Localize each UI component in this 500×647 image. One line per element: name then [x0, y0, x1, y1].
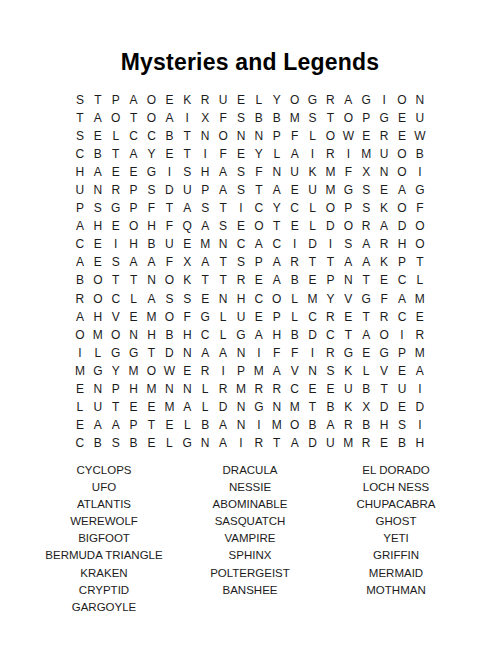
grid-cell[interactable]: V [286, 362, 304, 380]
grid-cell[interactable]: C [250, 199, 268, 217]
grid-cell[interactable]: E [107, 163, 125, 181]
grid-cell[interactable]: T [178, 127, 196, 145]
grid-cell[interactable]: A [214, 434, 232, 452]
grid-cell[interactable]: A [178, 398, 196, 416]
grid-cell[interactable]: R [196, 362, 214, 380]
grid-cell[interactable]: E [411, 308, 429, 326]
grid-cell[interactable]: K [178, 271, 196, 289]
grid-cell[interactable]: T [160, 199, 178, 217]
grid-cell[interactable]: I [393, 326, 411, 344]
grid-cell[interactable]: S [232, 253, 250, 271]
grid-cell[interactable]: C [393, 271, 411, 289]
grid-cell[interactable]: M [321, 163, 339, 181]
grid-cell[interactable]: H [125, 380, 143, 398]
grid-cell[interactable]: G [357, 290, 375, 308]
grid-cell[interactable]: O [321, 127, 339, 145]
grid-cell[interactable]: L [304, 127, 322, 145]
grid-cell[interactable]: M [286, 109, 304, 127]
grid-cell[interactable]: U [286, 163, 304, 181]
grid-cell[interactable]: A [268, 362, 286, 380]
grid-cell[interactable]: N [89, 181, 107, 199]
grid-cell[interactable]: I [304, 145, 322, 163]
grid-cell[interactable]: L [89, 344, 107, 362]
grid-cell[interactable]: M [357, 145, 375, 163]
grid-cell[interactable]: A [375, 217, 393, 235]
grid-cell[interactable]: E [393, 127, 411, 145]
grid-cell[interactable]: G [339, 344, 357, 362]
grid-cell[interactable]: S [107, 253, 125, 271]
grid-cell[interactable]: E [160, 416, 178, 434]
grid-cell[interactable]: S [357, 181, 375, 199]
grid-cell[interactable]: T [196, 271, 214, 289]
grid-cell[interactable]: H [143, 217, 161, 235]
grid-cell[interactable]: A [286, 434, 304, 452]
grid-cell[interactable]: A [268, 181, 286, 199]
grid-cell[interactable]: G [357, 91, 375, 109]
grid-cell[interactable]: E [286, 217, 304, 235]
grid-cell[interactable]: U [375, 145, 393, 163]
grid-cell[interactable]: T [125, 271, 143, 289]
grid-cell[interactable]: M [268, 416, 286, 434]
grid-cell[interactable]: P [268, 308, 286, 326]
grid-cell[interactable]: S [393, 416, 411, 434]
grid-cell[interactable]: A [357, 235, 375, 253]
grid-cell[interactable]: H [196, 163, 214, 181]
grid-cell[interactable]: T [214, 199, 232, 217]
grid-cell[interactable]: H [89, 308, 107, 326]
grid-cell[interactable]: R [357, 434, 375, 452]
grid-cell[interactable]: U [160, 235, 178, 253]
grid-cell[interactable]: S [71, 91, 89, 109]
grid-cell[interactable]: A [268, 253, 286, 271]
grid-cell[interactable]: T [107, 145, 125, 163]
grid-cell[interactable]: A [89, 163, 107, 181]
grid-cell[interactable]: G [196, 308, 214, 326]
grid-cell[interactable]: A [214, 181, 232, 199]
grid-cell[interactable]: E [393, 362, 411, 380]
grid-cell[interactable]: B [160, 127, 178, 145]
grid-cell[interactable]: P [268, 127, 286, 145]
grid-cell[interactable]: H [393, 235, 411, 253]
grid-cell[interactable]: T [375, 380, 393, 398]
grid-cell[interactable]: P [232, 362, 250, 380]
grid-cell[interactable]: P [357, 109, 375, 127]
grid-cell[interactable]: O [286, 416, 304, 434]
grid-cell[interactable]: E [357, 344, 375, 362]
grid-cell[interactable]: D [160, 344, 178, 362]
grid-cell[interactable]: R [375, 308, 393, 326]
grid-cell[interactable]: A [89, 109, 107, 127]
grid-cell[interactable]: O [143, 362, 161, 380]
grid-cell[interactable]: C [250, 290, 268, 308]
grid-cell[interactable]: L [286, 290, 304, 308]
grid-cell[interactable]: N [178, 344, 196, 362]
grid-cell[interactable]: N [268, 163, 286, 181]
grid-cell[interactable]: O [339, 217, 357, 235]
grid-cell[interactable]: C [393, 308, 411, 326]
grid-cell[interactable]: N [232, 127, 250, 145]
grid-cell[interactable]: R [321, 308, 339, 326]
grid-cell[interactable]: P [393, 253, 411, 271]
grid-cell[interactable]: B [321, 398, 339, 416]
grid-cell[interactable]: U [393, 380, 411, 398]
grid-cell[interactable]: I [160, 163, 178, 181]
grid-cell[interactable]: T [357, 271, 375, 289]
grid-cell[interactable]: F [339, 163, 357, 181]
grid-cell[interactable]: V [107, 308, 125, 326]
grid-cell[interactable]: I [232, 199, 250, 217]
grid-cell[interactable]: N [196, 434, 214, 452]
grid-cell[interactable]: A [357, 326, 375, 344]
grid-cell[interactable]: R [250, 380, 268, 398]
grid-cell[interactable]: L [125, 290, 143, 308]
grid-cell[interactable]: P [393, 344, 411, 362]
grid-cell[interactable]: E [196, 290, 214, 308]
grid-cell[interactable]: T [125, 109, 143, 127]
grid-cell[interactable]: F [411, 199, 429, 217]
grid-cell[interactable]: A [268, 271, 286, 289]
grid-cell[interactable]: N [375, 163, 393, 181]
grid-cell[interactable]: H [71, 163, 89, 181]
grid-cell[interactable]: P [321, 271, 339, 289]
grid-cell[interactable]: M [89, 326, 107, 344]
grid-cell[interactable]: N [89, 380, 107, 398]
grid-cell[interactable]: R [321, 91, 339, 109]
grid-cell[interactable]: E [393, 109, 411, 127]
grid-cell[interactable]: K [375, 253, 393, 271]
grid-cell[interactable]: K [178, 91, 196, 109]
grid-cell[interactable]: O [71, 326, 89, 344]
grid-cell[interactable]: S [178, 163, 196, 181]
grid-cell[interactable]: O [250, 217, 268, 235]
grid-cell[interactable]: D [214, 398, 232, 416]
grid-cell[interactable]: O [160, 271, 178, 289]
grid-cell[interactable]: E [339, 308, 357, 326]
grid-cell[interactable]: L [160, 434, 178, 452]
grid-cell[interactable]: O [393, 163, 411, 181]
grid-cell[interactable]: O [393, 199, 411, 217]
grid-cell[interactable]: R [321, 145, 339, 163]
grid-cell[interactable]: I [375, 91, 393, 109]
grid-cell[interactable]: A [71, 217, 89, 235]
grid-cell[interactable]: U [214, 91, 232, 109]
grid-cell[interactable]: E [375, 271, 393, 289]
grid-cell[interactable]: R [357, 217, 375, 235]
grid-cell[interactable]: A [286, 145, 304, 163]
grid-cell[interactable]: I [304, 344, 322, 362]
grid-cell[interactable]: R [375, 235, 393, 253]
grid-cell[interactable]: C [321, 326, 339, 344]
grid-cell[interactable]: R [71, 290, 89, 308]
grid-cell[interactable]: U [304, 181, 322, 199]
grid-cell[interactable]: U [89, 398, 107, 416]
grid-cell[interactable]: T [89, 91, 107, 109]
grid-cell[interactable]: M [160, 398, 178, 416]
grid-cell[interactable]: L [214, 308, 232, 326]
grid-cell[interactable]: A [160, 109, 178, 127]
grid-cell[interactable]: T [107, 398, 125, 416]
grid-cell[interactable]: E [304, 380, 322, 398]
grid-cell[interactable]: X [357, 398, 375, 416]
grid-cell[interactable]: W [411, 127, 429, 145]
grid-cell[interactable]: E [232, 217, 250, 235]
grid-cell[interactable]: O [393, 145, 411, 163]
grid-cell[interactable]: C [71, 434, 89, 452]
grid-cell[interactable]: A [71, 253, 89, 271]
grid-cell[interactable]: T [321, 253, 339, 271]
grid-cell[interactable]: N [214, 290, 232, 308]
grid-cell[interactable]: R [286, 253, 304, 271]
grid-cell[interactable]: A [196, 253, 214, 271]
grid-cell[interactable]: T [107, 271, 125, 289]
grid-cell[interactable]: N [232, 344, 250, 362]
grid-cell[interactable]: E [178, 362, 196, 380]
grid-cell[interactable]: E [375, 181, 393, 199]
grid-cell[interactable]: N [143, 271, 161, 289]
grid-cell[interactable]: P [107, 380, 125, 398]
grid-cell[interactable]: O [268, 290, 286, 308]
grid-cell[interactable]: R [250, 434, 268, 452]
grid-cell[interactable]: X [196, 109, 214, 127]
grid-cell[interactable]: K [304, 163, 322, 181]
grid-cell[interactable]: S [232, 163, 250, 181]
grid-cell[interactable]: G [89, 362, 107, 380]
grid-cell[interactable]: E [357, 127, 375, 145]
grid-cell[interactable]: A [107, 416, 125, 434]
grid-cell[interactable]: X [357, 163, 375, 181]
grid-cell[interactable]: A [214, 416, 232, 434]
grid-cell[interactable]: N [232, 416, 250, 434]
grid-cell[interactable]: G [107, 344, 125, 362]
grid-cell[interactable]: B [393, 434, 411, 452]
grid-cell[interactable]: W [339, 127, 357, 145]
grid-cell[interactable]: S [357, 199, 375, 217]
grid-cell[interactable]: B [411, 145, 429, 163]
grid-cell[interactable]: G [107, 199, 125, 217]
grid-cell[interactable]: A [321, 416, 339, 434]
grid-cell[interactable]: P [125, 181, 143, 199]
grid-cell[interactable]: D [321, 217, 339, 235]
grid-cell[interactable]: I [411, 380, 429, 398]
grid-cell[interactable]: C [107, 290, 125, 308]
grid-cell[interactable]: I [107, 235, 125, 253]
grid-cell[interactable]: T [339, 326, 357, 344]
grid-cell[interactable]: F [286, 127, 304, 145]
grid-cell[interactable]: U [71, 181, 89, 199]
grid-cell[interactable]: V [375, 362, 393, 380]
grid-cell[interactable]: H [89, 217, 107, 235]
grid-cell[interactable]: O [375, 326, 393, 344]
grid-cell[interactable]: M [321, 181, 339, 199]
grid-cell[interactable]: T [357, 308, 375, 326]
grid-cell[interactable]: T [143, 344, 161, 362]
grid-cell[interactable]: R [214, 380, 232, 398]
grid-cell[interactable]: L [71, 398, 89, 416]
grid-cell[interactable]: C [286, 380, 304, 398]
grid-cell[interactable]: R [321, 344, 339, 362]
grid-cell[interactable]: T [214, 271, 232, 289]
grid-cell[interactable]: M [286, 398, 304, 416]
grid-cell[interactable]: F [268, 344, 286, 362]
grid-cell[interactable]: E [375, 434, 393, 452]
grid-cell[interactable]: A [250, 235, 268, 253]
grid-cell[interactable]: E [160, 91, 178, 109]
grid-cell[interactable]: N [232, 398, 250, 416]
grid-cell[interactable]: P [339, 199, 357, 217]
grid-cell[interactable]: I [250, 344, 268, 362]
grid-cell[interactable]: O [411, 217, 429, 235]
grid-cell[interactable]: O [393, 91, 411, 109]
grid-cell[interactable]: B [71, 271, 89, 289]
grid-cell[interactable]: R [196, 91, 214, 109]
grid-cell[interactable]: Y [321, 290, 339, 308]
grid-cell[interactable]: C [71, 235, 89, 253]
grid-cell[interactable]: B [196, 416, 214, 434]
grid-cell[interactable]: W [160, 362, 178, 380]
grid-cell[interactable]: L [178, 416, 196, 434]
grid-cell[interactable]: F [250, 163, 268, 181]
grid-cell[interactable]: E [304, 271, 322, 289]
grid-cell[interactable]: A [196, 344, 214, 362]
grid-cell[interactable]: S [89, 199, 107, 217]
grid-cell[interactable]: T [250, 181, 268, 199]
grid-cell[interactable]: F [214, 145, 232, 163]
grid-cell[interactable]: I [286, 235, 304, 253]
grid-cell[interactable]: L [214, 326, 232, 344]
grid-cell[interactable]: I [250, 416, 268, 434]
grid-cell[interactable]: S [304, 109, 322, 127]
grid-cell[interactable]: T [268, 434, 286, 452]
grid-cell[interactable]: D [304, 434, 322, 452]
grid-cell[interactable]: S [321, 362, 339, 380]
grid-cell[interactable]: O [411, 235, 429, 253]
grid-cell[interactable]: F [160, 217, 178, 235]
grid-cell[interactable]: V [339, 290, 357, 308]
grid-cell[interactable]: N [250, 127, 268, 145]
grid-cell[interactable]: E [143, 434, 161, 452]
grid-cell[interactable]: N [178, 380, 196, 398]
grid-cell[interactable]: O [339, 109, 357, 127]
grid-cell[interactable]: R [375, 127, 393, 145]
grid-cell[interactable]: S [196, 199, 214, 217]
grid-cell[interactable]: C [232, 235, 250, 253]
grid-cell[interactable]: C [268, 235, 286, 253]
grid-cell[interactable]: Y [143, 145, 161, 163]
grid-cell[interactable]: M [339, 434, 357, 452]
grid-cell[interactable]: I [411, 163, 429, 181]
grid-cell[interactable]: O [125, 217, 143, 235]
grid-cell[interactable]: N [411, 91, 429, 109]
grid-cell[interactable]: M [411, 344, 429, 362]
grid-cell[interactable]: B [304, 416, 322, 434]
grid-cell[interactable]: G [125, 344, 143, 362]
grid-cell[interactable]: N [125, 326, 143, 344]
grid-cell[interactable]: T [321, 109, 339, 127]
grid-cell[interactable]: E [89, 235, 107, 253]
grid-cell[interactable]: B [286, 271, 304, 289]
grid-cell[interactable]: E [321, 380, 339, 398]
grid-cell[interactable]: P [250, 253, 268, 271]
grid-cell[interactable]: T [178, 145, 196, 163]
grid-cell[interactable]: R [411, 326, 429, 344]
grid-cell[interactable]: H [268, 326, 286, 344]
grid-cell[interactable]: I [71, 344, 89, 362]
grid-cell[interactable]: Y [250, 145, 268, 163]
grid-cell[interactable]: E [107, 217, 125, 235]
grid-cell[interactable]: M [232, 380, 250, 398]
grid-cell[interactable]: K [375, 199, 393, 217]
grid-cell[interactable]: E [232, 91, 250, 109]
grid-cell[interactable]: M [304, 290, 322, 308]
grid-cell[interactable]: K [339, 398, 357, 416]
grid-cell[interactable]: L [286, 308, 304, 326]
grid-cell[interactable]: M [143, 380, 161, 398]
grid-cell[interactable]: G [178, 434, 196, 452]
grid-cell[interactable]: S [71, 127, 89, 145]
grid-cell[interactable]: G [375, 344, 393, 362]
grid-cell[interactable]: O [143, 109, 161, 127]
grid-cell[interactable]: U [339, 380, 357, 398]
grid-cell[interactable]: G [339, 181, 357, 199]
grid-cell[interactable]: A [143, 290, 161, 308]
grid-cell[interactable]: N [160, 380, 178, 398]
grid-cell[interactable]: E [125, 398, 143, 416]
grid-cell[interactable]: Y [107, 362, 125, 380]
grid-cell[interactable]: C [125, 127, 143, 145]
grid-cell[interactable]: M [143, 308, 161, 326]
grid-cell[interactable]: C [71, 145, 89, 163]
grid-cell[interactable]: N [304, 362, 322, 380]
grid-cell[interactable]: I [339, 145, 357, 163]
grid-cell[interactable]: Y [268, 199, 286, 217]
grid-cell[interactable]: M [196, 235, 214, 253]
grid-cell[interactable]: S [214, 217, 232, 235]
grid-cell[interactable]: A [125, 145, 143, 163]
grid-cell[interactable]: H [178, 326, 196, 344]
grid-cell[interactable]: E [160, 145, 178, 163]
grid-cell[interactable]: D [375, 398, 393, 416]
grid-cell[interactable]: B [250, 109, 268, 127]
grid-cell[interactable]: E [232, 145, 250, 163]
grid-cell[interactable]: I [321, 235, 339, 253]
grid-cell[interactable]: P [107, 91, 125, 109]
grid-cell[interactable]: S [160, 290, 178, 308]
grid-cell[interactable]: A [250, 326, 268, 344]
grid-cell[interactable]: L [268, 145, 286, 163]
grid-cell[interactable]: A [393, 181, 411, 199]
grid-cell[interactable]: O [89, 290, 107, 308]
grid-cell[interactable]: E [393, 398, 411, 416]
grid-cell[interactable]: E [89, 253, 107, 271]
grid-cell[interactable]: D [160, 181, 178, 199]
grid-cell[interactable]: A [214, 163, 232, 181]
grid-cell[interactable]: G [143, 163, 161, 181]
grid-cell[interactable]: I [214, 362, 232, 380]
grid-cell[interactable]: R [339, 416, 357, 434]
grid-cell[interactable]: B [89, 434, 107, 452]
grid-cell[interactable]: P [196, 181, 214, 199]
grid-cell[interactable]: L [107, 127, 125, 145]
grid-cell[interactable]: E [250, 308, 268, 326]
grid-cell[interactable]: A [71, 308, 89, 326]
grid-cell[interactable]: O [321, 199, 339, 217]
grid-cell[interactable]: A [357, 253, 375, 271]
grid-cell[interactable]: B [357, 416, 375, 434]
grid-cell[interactable]: P [125, 199, 143, 217]
grid-cell[interactable]: A [196, 217, 214, 235]
grid-cell[interactable]: F [143, 199, 161, 217]
grid-cell[interactable]: B [89, 145, 107, 163]
